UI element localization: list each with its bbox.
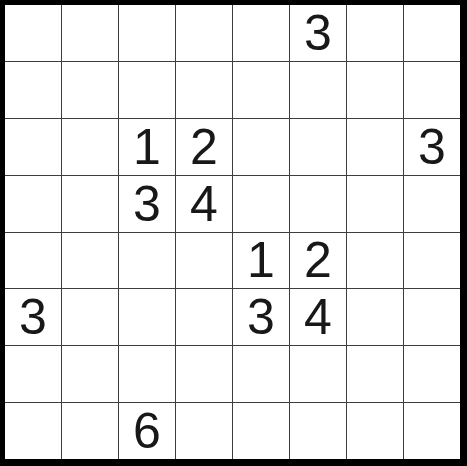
cell-r3c5[interactable] — [233, 119, 289, 175]
cell-r1c6[interactable]: 3 — [290, 5, 346, 61]
cell-r2c2[interactable] — [62, 62, 118, 118]
cell-r1c1[interactable] — [5, 5, 61, 61]
cell-r3c3[interactable]: 1 — [119, 119, 175, 175]
cell-r4c6[interactable] — [290, 176, 346, 232]
cell-r1c4[interactable] — [176, 5, 232, 61]
clue-digit: 2 — [304, 235, 332, 285]
cell-r7c7[interactable] — [347, 346, 403, 402]
puzzle-board: 312334123346 — [0, 0, 467, 466]
cell-r6c6[interactable]: 4 — [290, 289, 346, 345]
cell-r6c5[interactable]: 3 — [233, 289, 289, 345]
cell-r6c3[interactable] — [119, 289, 175, 345]
cell-r4c7[interactable] — [347, 176, 403, 232]
cell-r6c4[interactable] — [176, 289, 232, 345]
cell-r1c2[interactable] — [62, 5, 118, 61]
clue-digit: 6 — [133, 406, 161, 456]
cell-r3c7[interactable] — [347, 119, 403, 175]
cell-r5c5[interactable]: 1 — [233, 233, 289, 289]
cell-r3c4[interactable]: 2 — [176, 119, 232, 175]
clue-digit: 1 — [247, 235, 275, 285]
cell-r2c5[interactable] — [233, 62, 289, 118]
cell-r7c3[interactable] — [119, 346, 175, 402]
cell-r1c3[interactable] — [119, 5, 175, 61]
cell-r3c2[interactable] — [62, 119, 118, 175]
cell-r3c6[interactable] — [290, 119, 346, 175]
cell-r4c2[interactable] — [62, 176, 118, 232]
cell-r3c8[interactable]: 3 — [404, 119, 460, 175]
cell-r5c8[interactable] — [404, 233, 460, 289]
cell-r8c2[interactable] — [62, 403, 118, 459]
cell-r2c7[interactable] — [347, 62, 403, 118]
cell-r4c3[interactable]: 3 — [119, 176, 175, 232]
cell-r5c7[interactable] — [347, 233, 403, 289]
clue-digit: 3 — [418, 122, 446, 172]
cell-r4c1[interactable] — [5, 176, 61, 232]
clue-digit: 3 — [304, 8, 332, 58]
cell-r7c4[interactable] — [176, 346, 232, 402]
cell-r8c1[interactable] — [5, 403, 61, 459]
cell-r2c8[interactable] — [404, 62, 460, 118]
cell-r2c4[interactable] — [176, 62, 232, 118]
clue-digit: 3 — [19, 292, 47, 342]
cell-r7c2[interactable] — [62, 346, 118, 402]
cell-r2c1[interactable] — [5, 62, 61, 118]
cell-r8c8[interactable] — [404, 403, 460, 459]
cell-r4c5[interactable] — [233, 176, 289, 232]
clue-digit: 4 — [190, 179, 218, 229]
cell-r1c8[interactable] — [404, 5, 460, 61]
cell-r5c1[interactable] — [5, 233, 61, 289]
puzzle-grid: 312334123346 — [5, 5, 460, 459]
cell-r8c7[interactable] — [347, 403, 403, 459]
clue-digit: 1 — [133, 122, 161, 172]
cell-r6c2[interactable] — [62, 289, 118, 345]
cell-r6c1[interactable]: 3 — [5, 289, 61, 345]
cell-r2c6[interactable] — [290, 62, 346, 118]
cell-r4c8[interactable] — [404, 176, 460, 232]
cell-r3c1[interactable] — [5, 119, 61, 175]
clue-digit: 3 — [247, 292, 275, 342]
cell-r1c7[interactable] — [347, 5, 403, 61]
clue-digit: 4 — [304, 292, 332, 342]
cell-r8c5[interactable] — [233, 403, 289, 459]
cell-r8c4[interactable] — [176, 403, 232, 459]
cell-r7c8[interactable] — [404, 346, 460, 402]
cell-r6c8[interactable] — [404, 289, 460, 345]
cell-r5c4[interactable] — [176, 233, 232, 289]
cell-r5c2[interactable] — [62, 233, 118, 289]
clue-digit: 2 — [190, 122, 218, 172]
cell-r8c6[interactable] — [290, 403, 346, 459]
cell-r7c5[interactable] — [233, 346, 289, 402]
cell-r4c4[interactable]: 4 — [176, 176, 232, 232]
clue-digit: 3 — [133, 179, 161, 229]
cell-r5c3[interactable] — [119, 233, 175, 289]
cell-r5c6[interactable]: 2 — [290, 233, 346, 289]
cell-r8c3[interactable]: 6 — [119, 403, 175, 459]
cell-r6c7[interactable] — [347, 289, 403, 345]
cell-r7c1[interactable] — [5, 346, 61, 402]
cell-r7c6[interactable] — [290, 346, 346, 402]
cell-r2c3[interactable] — [119, 62, 175, 118]
cell-r1c5[interactable] — [233, 5, 289, 61]
